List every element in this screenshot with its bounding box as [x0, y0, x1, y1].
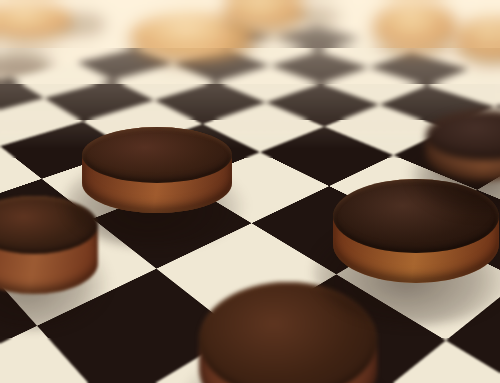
light-piece-body — [0, 3, 72, 37]
dark-piece: ⛂ — [426, 110, 500, 180]
light-piece: ⛀ — [374, 2, 456, 50]
checkers-photo-scene: ⛀⛀⛀⛀⛀ ⛂⛂⛂⛂⛂ — [0, 0, 500, 383]
light-piece: ⛀ — [0, 3, 72, 37]
piece-top-face — [82, 127, 232, 183]
light-piece: ⛀ — [455, 17, 500, 59]
light-piece-body — [374, 2, 456, 50]
dark-piece: ⛂ — [82, 127, 232, 213]
light-piece: ⛀ — [224, 0, 304, 28]
